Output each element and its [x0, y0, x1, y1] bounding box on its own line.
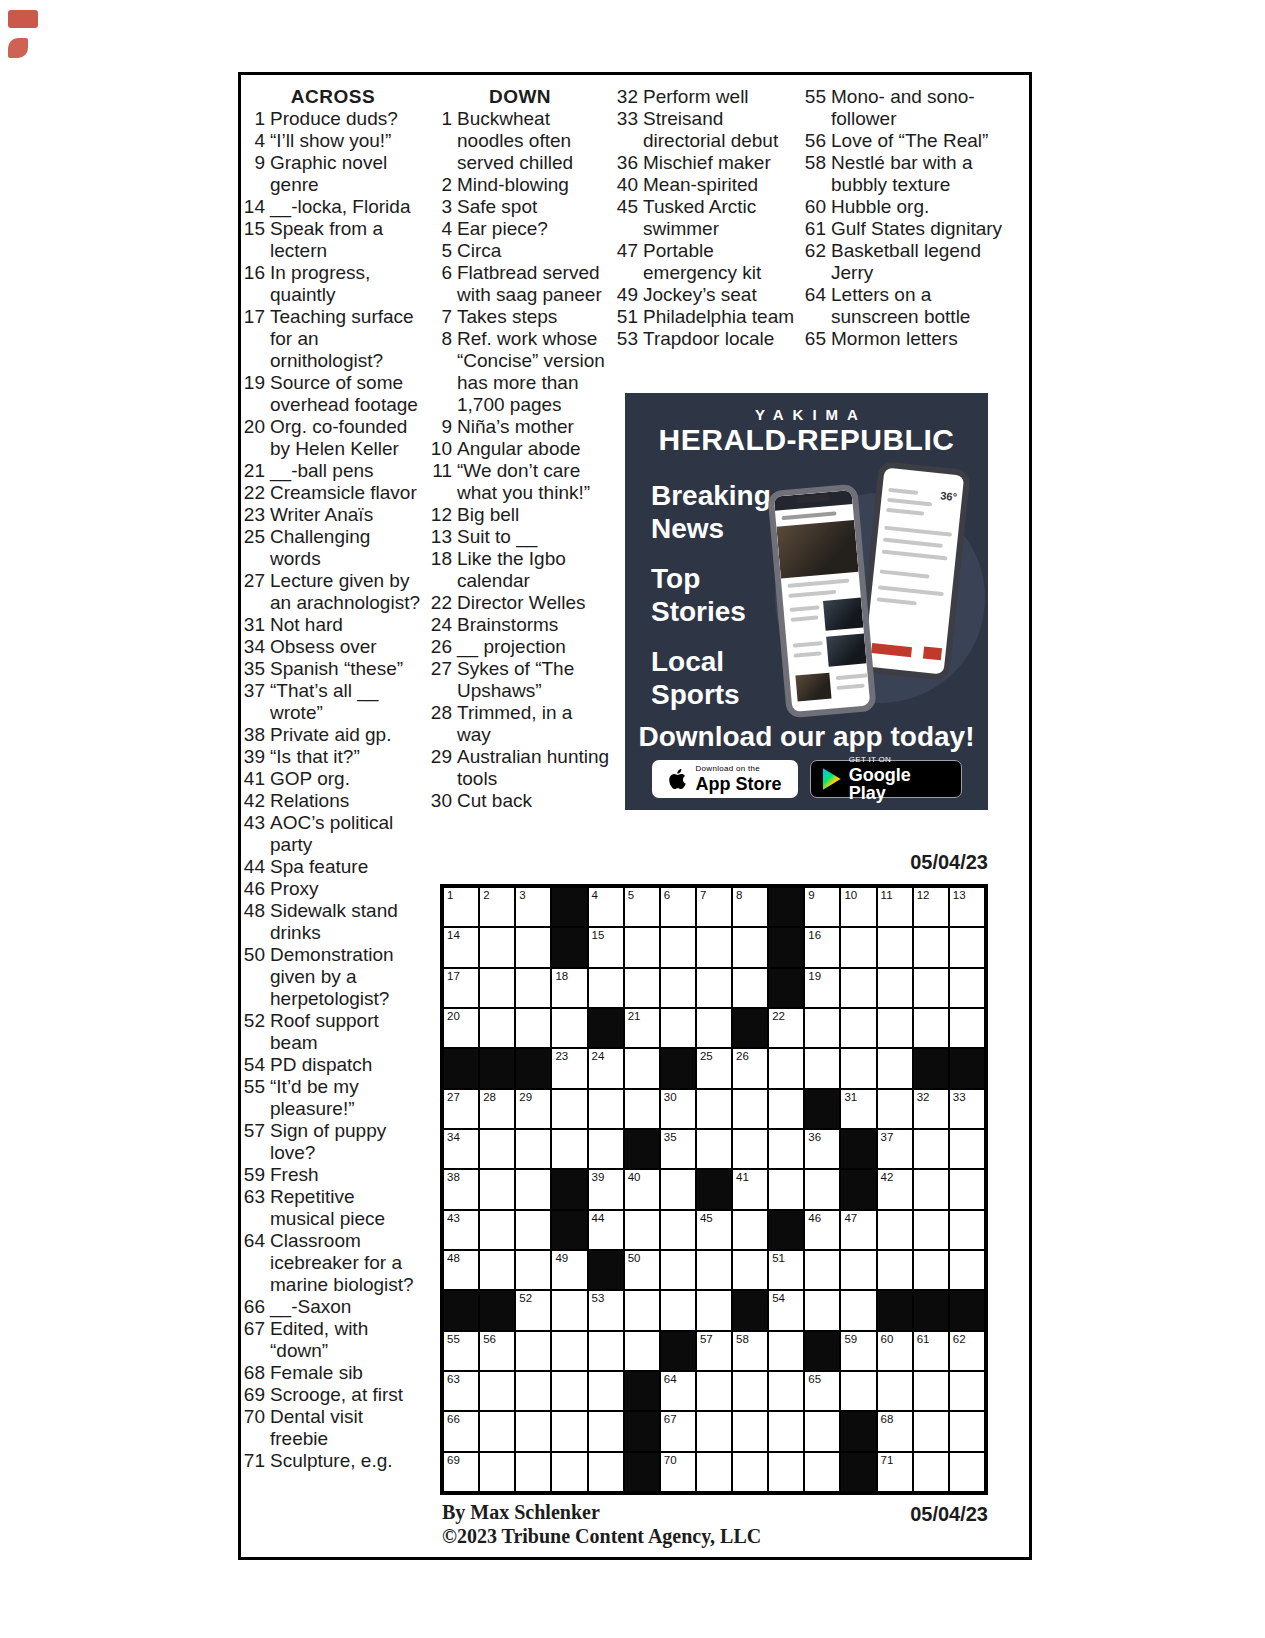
- grid-cell[interactable]: 44: [589, 1211, 623, 1249]
- grid-cell[interactable]: 3: [516, 888, 550, 926]
- grid-cell[interactable]: 28: [480, 1090, 514, 1128]
- clue-number: 21: [242, 460, 270, 482]
- grid-cell[interactable]: [480, 1251, 514, 1289]
- grid-cell[interactable]: [697, 1130, 731, 1168]
- grid-cell[interactable]: [552, 1009, 586, 1047]
- clue-item: 17Teaching surface for an ornithologist?: [242, 306, 424, 372]
- grid-cell[interactable]: 8: [733, 888, 767, 926]
- grid-cell[interactable]: [552, 1291, 586, 1329]
- cell-number: 58: [736, 1333, 749, 1346]
- grid-cell[interactable]: [914, 1170, 948, 1208]
- cell-number: 26: [736, 1050, 749, 1063]
- grid-cell[interactable]: [878, 1009, 912, 1047]
- cell-number: 27: [447, 1091, 460, 1104]
- clue-text: “I’ll show you!”: [270, 130, 424, 152]
- grid-cell[interactable]: [733, 1090, 767, 1128]
- grid-cell[interactable]: [733, 1453, 767, 1491]
- clue-text: Private aid gp.: [270, 724, 424, 746]
- grid-cell[interactable]: 71: [878, 1453, 912, 1491]
- clue-number: 6: [429, 262, 457, 306]
- grid-cell[interactable]: 20: [444, 1009, 478, 1047]
- grid-cell[interactable]: [769, 1453, 803, 1491]
- grid-cell[interactable]: [661, 1211, 695, 1249]
- cell-number: 15: [592, 929, 605, 942]
- clue-list-header: ACROSS: [242, 86, 424, 108]
- grid-cell[interactable]: 41: [733, 1170, 767, 1208]
- grid-cell[interactable]: [914, 969, 948, 1007]
- grid-cell[interactable]: [950, 1412, 984, 1450]
- grid-cell[interactable]: [950, 1251, 984, 1289]
- grid-cell[interactable]: [552, 1453, 586, 1491]
- grid-cell[interactable]: 22: [769, 1009, 803, 1047]
- grid-cell[interactable]: [733, 1211, 767, 1249]
- grid-cell[interactable]: [625, 969, 659, 1007]
- grid-cell[interactable]: 12: [914, 888, 948, 926]
- grid-cell[interactable]: [950, 1211, 984, 1249]
- clue-item: 25Challenging words: [242, 526, 424, 570]
- clue-text: Lecture given by an arachnologist?: [270, 570, 424, 614]
- grid-cell[interactable]: [805, 1049, 839, 1087]
- grid-cell[interactable]: [625, 1049, 659, 1087]
- clue-item: 51Philadelphia team: [615, 306, 801, 328]
- grid-cell[interactable]: [516, 1332, 550, 1370]
- clue-number: 46: [242, 878, 270, 900]
- grid-cell[interactable]: [516, 1170, 550, 1208]
- grid-cell[interactable]: 37: [878, 1130, 912, 1168]
- grid-cell[interactable]: [552, 1412, 586, 1450]
- badge-store-name: App Store: [695, 775, 781, 793]
- clue-item: 32Perform well: [615, 86, 801, 108]
- grid-cell[interactable]: 49: [552, 1251, 586, 1289]
- grid-cell[interactable]: [697, 1009, 731, 1047]
- clue-number: 31: [242, 614, 270, 636]
- cell-number: 49: [555, 1252, 568, 1265]
- clue-number: 41: [242, 768, 270, 790]
- grid-cell[interactable]: 47: [841, 1211, 875, 1249]
- ad-cta: Download our app today!: [625, 721, 988, 753]
- grid-cell[interactable]: [661, 1009, 695, 1047]
- grid-cell[interactable]: 63: [444, 1372, 478, 1410]
- grid-cell[interactable]: [878, 969, 912, 1007]
- grid-cell[interactable]: [552, 1090, 586, 1128]
- grid-cell[interactable]: [480, 1453, 514, 1491]
- grid-cell[interactable]: [480, 928, 514, 966]
- clue-number: 9: [242, 152, 270, 196]
- grid-cell[interactable]: [480, 1372, 514, 1410]
- grid-cell[interactable]: 2: [480, 888, 514, 926]
- grid-cell[interactable]: 57: [697, 1332, 731, 1370]
- clue-text: Trimmed, in a way: [457, 702, 611, 746]
- clue-item: 28Trimmed, in a way: [429, 702, 611, 746]
- cell-number: 22: [772, 1010, 785, 1023]
- clue-item: 45Tusked Arctic swimmer: [615, 196, 801, 240]
- grid-cell[interactable]: 36: [805, 1130, 839, 1168]
- grid-cell[interactable]: 39: [589, 1170, 623, 1208]
- grid-cell[interactable]: 59: [841, 1332, 875, 1370]
- grid-cell-black: [552, 1170, 586, 1208]
- grid-cell[interactable]: [950, 1170, 984, 1208]
- cell-number: 48: [447, 1252, 460, 1265]
- grid-cell[interactable]: [733, 928, 767, 966]
- grid-cell[interactable]: 62: [950, 1332, 984, 1370]
- clue-text: Streisand directorial debut: [643, 108, 801, 152]
- grid-cell[interactable]: [841, 1251, 875, 1289]
- grid-cell[interactable]: 33: [950, 1090, 984, 1128]
- grid-cell[interactable]: [697, 1372, 731, 1410]
- grid-cell[interactable]: 50: [625, 1251, 659, 1289]
- clue-number: 58: [803, 152, 831, 196]
- grid-cell[interactable]: [661, 969, 695, 1007]
- clue-item: 59Fresh: [242, 1164, 424, 1186]
- grid-cell[interactable]: 19: [805, 969, 839, 1007]
- clue-number: 25: [242, 526, 270, 570]
- grid-cell[interactable]: 16: [805, 928, 839, 966]
- grid-cell[interactable]: [733, 1251, 767, 1289]
- grid-cell[interactable]: 42: [878, 1170, 912, 1208]
- grid-cell[interactable]: 21: [625, 1009, 659, 1047]
- clue-item: 55Mono- and sono- follower: [803, 86, 1009, 130]
- grid-cell[interactable]: [769, 1130, 803, 1168]
- grid-cell[interactable]: [589, 1372, 623, 1410]
- grid-cell-black: [444, 1291, 478, 1329]
- grid-cell[interactable]: [625, 928, 659, 966]
- clue-item: 34Obsess over: [242, 636, 424, 658]
- grid-cell[interactable]: 11: [878, 888, 912, 926]
- grid-cell[interactable]: [733, 969, 767, 1007]
- clue-item: 47Portable emergency kit: [615, 240, 801, 284]
- grid-cell[interactable]: [697, 969, 731, 1007]
- cell-number: 4: [592, 889, 598, 902]
- grid-cell[interactable]: [516, 1211, 550, 1249]
- grid-cell[interactable]: 64: [661, 1372, 695, 1410]
- grid-cell[interactable]: 65: [805, 1372, 839, 1410]
- grid-cell[interactable]: [697, 928, 731, 966]
- grid-cell[interactable]: 51: [769, 1251, 803, 1289]
- grid-cell[interactable]: 68: [878, 1412, 912, 1450]
- copyright-notice: ©2023 Tribune Content Agency, LLC: [442, 1524, 761, 1548]
- cell-number: 68: [881, 1413, 894, 1426]
- clue-item: 27Sykes of “The Upshaws”: [429, 658, 611, 702]
- grid-cell[interactable]: 32: [914, 1090, 948, 1128]
- grid-cell[interactable]: [914, 1211, 948, 1249]
- grid-cell[interactable]: [516, 1412, 550, 1450]
- grid-cell-black: [950, 1049, 984, 1087]
- grid-cell[interactable]: 30: [661, 1090, 695, 1128]
- grid-cell-black: [661, 1332, 695, 1370]
- down-clue-column: DOWN1Buckwheat noodles often served chil…: [429, 86, 611, 812]
- grid-cell[interactable]: [697, 1090, 731, 1128]
- grid-cell[interactable]: [480, 1170, 514, 1208]
- clue-text: Fresh: [270, 1164, 424, 1186]
- clue-number: 27: [242, 570, 270, 614]
- grid-cell[interactable]: [661, 1291, 695, 1329]
- grid-cell[interactable]: 31: [841, 1090, 875, 1128]
- grid-cell[interactable]: 6: [661, 888, 695, 926]
- clue-number: 19: [242, 372, 270, 416]
- cell-number: 64: [664, 1373, 677, 1386]
- grid-cell[interactable]: [552, 1332, 586, 1370]
- grid-cell[interactable]: 27: [444, 1090, 478, 1128]
- grid-cell[interactable]: [805, 1251, 839, 1289]
- grid-cell[interactable]: [950, 969, 984, 1007]
- grid-cell[interactable]: [516, 928, 550, 966]
- grid-cell[interactable]: [589, 1090, 623, 1128]
- grid-cell[interactable]: [480, 969, 514, 1007]
- grid-cell[interactable]: [878, 1372, 912, 1410]
- grid-cell[interactable]: [480, 1130, 514, 1168]
- grid-cell[interactable]: [950, 1372, 984, 1410]
- grid-cell[interactable]: [769, 1372, 803, 1410]
- grid-cell[interactable]: 26: [733, 1049, 767, 1087]
- cell-number: 47: [844, 1212, 857, 1225]
- cell-number: 66: [447, 1413, 460, 1426]
- grid-cell[interactable]: 5: [625, 888, 659, 926]
- cell-number: 54: [772, 1292, 785, 1305]
- grid-cell[interactable]: [950, 1453, 984, 1491]
- cell-number: 17: [447, 970, 460, 983]
- clue-text: Sykes of “The Upshaws”: [457, 658, 611, 702]
- grid-cell[interactable]: [697, 1291, 731, 1329]
- grid-cell[interactable]: [480, 1009, 514, 1047]
- cell-number: 50: [628, 1252, 641, 1265]
- clue-number: 33: [615, 108, 643, 152]
- cell-number: 44: [592, 1212, 605, 1225]
- grid-cell[interactable]: 9: [805, 888, 839, 926]
- grid-cell[interactable]: 23: [552, 1049, 586, 1087]
- clue-item: 14__-locka, Florida: [242, 196, 424, 218]
- clue-text: __-ball pens: [270, 460, 424, 482]
- grid-cell[interactable]: 35: [661, 1130, 695, 1168]
- grid-cell[interactable]: [480, 1412, 514, 1450]
- clue-text: Graphic novel genre: [270, 152, 424, 196]
- grid-cell[interactable]: [914, 928, 948, 966]
- grid-cell[interactable]: [625, 1211, 659, 1249]
- grid-cell[interactable]: [697, 1412, 731, 1450]
- clue-number: 13: [429, 526, 457, 548]
- grid-cell[interactable]: 40: [625, 1170, 659, 1208]
- cell-number: 12: [917, 889, 930, 902]
- grid-cell[interactable]: [841, 969, 875, 1007]
- clue-number: 7: [429, 306, 457, 328]
- grid-cell[interactable]: 7: [697, 888, 731, 926]
- grid-cell[interactable]: 25: [697, 1049, 731, 1087]
- grid-cell[interactable]: 13: [950, 888, 984, 926]
- clue-text: “We don’t care what you think!”: [457, 460, 611, 504]
- grid-cell[interactable]: [914, 1372, 948, 1410]
- grid-cell[interactable]: [552, 1372, 586, 1410]
- grid-cell[interactable]: 67: [661, 1412, 695, 1450]
- grid-cell[interactable]: 70: [661, 1453, 695, 1491]
- grid-cell[interactable]: [625, 1090, 659, 1128]
- cell-number: 62: [953, 1333, 966, 1346]
- grid-cell[interactable]: [661, 928, 695, 966]
- grid-cell[interactable]: [950, 928, 984, 966]
- grid-cell[interactable]: [878, 928, 912, 966]
- grid-cell[interactable]: 46: [805, 1211, 839, 1249]
- grid-cell[interactable]: 69: [444, 1453, 478, 1491]
- clue-number: 62: [803, 240, 831, 284]
- clue-item: 40Mean-spirited: [615, 174, 801, 196]
- grid-cell[interactable]: [805, 1412, 839, 1450]
- grid-cell[interactable]: [480, 1211, 514, 1249]
- grid-cell[interactable]: 15: [589, 928, 623, 966]
- grid-cell[interactable]: 17: [444, 969, 478, 1007]
- clue-item: 36Mischief maker: [615, 152, 801, 174]
- clue-number: 56: [803, 130, 831, 152]
- clue-number: 55: [242, 1076, 270, 1120]
- grid-cell[interactable]: [914, 1453, 948, 1491]
- clue-item: 63Repetitive musical piece: [242, 1186, 424, 1230]
- grid-cell[interactable]: [769, 1412, 803, 1450]
- grid-cell[interactable]: [805, 1009, 839, 1047]
- grid-cell[interactable]: [805, 1291, 839, 1329]
- grid-cell[interactable]: 48: [444, 1251, 478, 1289]
- grid-cell[interactable]: [589, 1130, 623, 1168]
- grid-cell[interactable]: [841, 1049, 875, 1087]
- grid-cell[interactable]: [589, 1332, 623, 1370]
- clue-text: Creamsicle flavor: [270, 482, 424, 504]
- grid-cell[interactable]: [697, 1251, 731, 1289]
- grid-cell[interactable]: [805, 1453, 839, 1491]
- grid-cell[interactable]: 55: [444, 1332, 478, 1370]
- clue-text: Spanish “these”: [270, 658, 424, 680]
- app-store-badge[interactable]: Download on the App Store: [652, 760, 798, 798]
- grid-cell[interactable]: [878, 1090, 912, 1128]
- cell-number: 20: [447, 1010, 460, 1023]
- grid-cell[interactable]: [841, 1291, 875, 1329]
- clue-number: 12: [429, 504, 457, 526]
- grid-cell[interactable]: [516, 969, 550, 1007]
- clue-number: 48: [242, 900, 270, 944]
- newspaper-app-ad: YAKIMA HERALD-REPUBLIC Breaking NewsTop …: [625, 393, 988, 810]
- grid-cell[interactable]: 18: [552, 969, 586, 1007]
- grid-cell[interactable]: [769, 1090, 803, 1128]
- grid-cell[interactable]: 45: [697, 1211, 731, 1249]
- grid-cell[interactable]: [841, 1009, 875, 1047]
- grid-cell[interactable]: [516, 1372, 550, 1410]
- grid-cell[interactable]: [589, 1412, 623, 1450]
- grid-cell[interactable]: [697, 1453, 731, 1491]
- grid-cell[interactable]: 56: [480, 1332, 514, 1370]
- grid-cell[interactable]: [878, 1211, 912, 1249]
- grid-cell[interactable]: [841, 1372, 875, 1410]
- cell-number: 2: [483, 889, 489, 902]
- clue-text: Ear piece?: [457, 218, 611, 240]
- clue-item: 11“We don’t care what you think!”: [429, 460, 611, 504]
- clue-text: Brainstorms: [457, 614, 611, 636]
- google-play-badge[interactable]: GET IT ON Google Play: [810, 760, 962, 798]
- clue-text: Angular abode: [457, 438, 611, 460]
- grid-cell[interactable]: 43: [444, 1211, 478, 1249]
- grid-cell[interactable]: 53: [589, 1291, 623, 1329]
- grid-cell[interactable]: 14: [444, 928, 478, 966]
- grid-cell[interactable]: [914, 1251, 948, 1289]
- ad-masthead: HERALD-REPUBLIC: [625, 423, 988, 457]
- grid-cell[interactable]: [589, 1453, 623, 1491]
- grid-cell[interactable]: [516, 1009, 550, 1047]
- grid-cell-black: [480, 1291, 514, 1329]
- cell-number: 69: [447, 1454, 460, 1467]
- clue-number: 38: [242, 724, 270, 746]
- clue-number: 51: [615, 306, 643, 328]
- grid-cell-black: [516, 1049, 550, 1087]
- clue-item: 41GOP org.: [242, 768, 424, 790]
- grid-cell[interactable]: [841, 928, 875, 966]
- clue-number: 45: [615, 196, 643, 240]
- grid-cell[interactable]: [914, 1130, 948, 1168]
- grid-cell[interactable]: [878, 1251, 912, 1289]
- grid-cell[interactable]: [769, 1049, 803, 1087]
- grid-cell[interactable]: 10: [841, 888, 875, 926]
- clue-text: Female sib: [270, 1362, 424, 1384]
- cell-number: 18: [555, 970, 568, 983]
- cell-number: 30: [664, 1091, 677, 1104]
- grid-cell[interactable]: 4: [589, 888, 623, 926]
- clue-text: Org. co-founded by Helen Keller: [270, 416, 424, 460]
- cell-number: 43: [447, 1212, 460, 1225]
- grid-cell[interactable]: [733, 1130, 767, 1168]
- grid-cell[interactable]: [914, 1412, 948, 1450]
- grid-cell[interactable]: [516, 1251, 550, 1289]
- grid-cell[interactable]: [950, 1009, 984, 1047]
- grid-cell[interactable]: 66: [444, 1412, 478, 1450]
- grid-cell[interactable]: 60: [878, 1332, 912, 1370]
- grid-cell[interactable]: 52: [516, 1291, 550, 1329]
- grid-cell[interactable]: [516, 1453, 550, 1491]
- clue-number: 63: [242, 1186, 270, 1230]
- grid-cell[interactable]: [733, 1372, 767, 1410]
- clue-number: 57: [242, 1120, 270, 1164]
- clue-text: Basketball legend Jerry: [831, 240, 1009, 284]
- apple-logo-icon: [667, 767, 687, 791]
- grid-cell[interactable]: [733, 1412, 767, 1450]
- clue-text: “It’d be my pleasure!”: [270, 1076, 424, 1120]
- grid-cell[interactable]: [914, 1009, 948, 1047]
- grid-cell[interactable]: 24: [589, 1049, 623, 1087]
- grid-cell[interactable]: 38: [444, 1170, 478, 1208]
- grid-cell[interactable]: [552, 1130, 586, 1168]
- grid-cell[interactable]: [661, 1170, 695, 1208]
- clue-text: Trapdoor locale: [643, 328, 801, 350]
- grid-cell[interactable]: [769, 1332, 803, 1370]
- clue-item: 8Ref. work whose “Concise” version has m…: [429, 328, 611, 416]
- grid-cell[interactable]: [661, 1251, 695, 1289]
- grid-cell[interactable]: 54: [769, 1291, 803, 1329]
- clue-text: AOC’s political party: [270, 812, 424, 856]
- grid-cell[interactable]: 29: [516, 1090, 550, 1128]
- grid-cell[interactable]: [805, 1170, 839, 1208]
- cell-number: 29: [519, 1091, 532, 1104]
- grid-cell[interactable]: [625, 1332, 659, 1370]
- grid-cell[interactable]: [878, 1049, 912, 1087]
- grid-cell[interactable]: [589, 969, 623, 1007]
- grid-cell[interactable]: [516, 1130, 550, 1168]
- grid-cell[interactable]: 58: [733, 1332, 767, 1370]
- clue-item: 38Private aid gp.: [242, 724, 424, 746]
- grid-cell[interactable]: [769, 1170, 803, 1208]
- clue-text: Tusked Arctic swimmer: [643, 196, 801, 240]
- grid-cell[interactable]: [950, 1130, 984, 1168]
- grid-cell-black: [878, 1291, 912, 1329]
- grid-cell[interactable]: [625, 1291, 659, 1329]
- grid-cell[interactable]: 61: [914, 1332, 948, 1370]
- clue-text: Big bell: [457, 504, 611, 526]
- clue-item: 22Creamsicle flavor: [242, 482, 424, 504]
- clue-item: 20Org. co-founded by Helen Keller: [242, 416, 424, 460]
- grid-cell[interactable]: 1: [444, 888, 478, 926]
- grid-cell[interactable]: 34: [444, 1130, 478, 1168]
- clue-item: 52Roof support beam: [242, 1010, 424, 1054]
